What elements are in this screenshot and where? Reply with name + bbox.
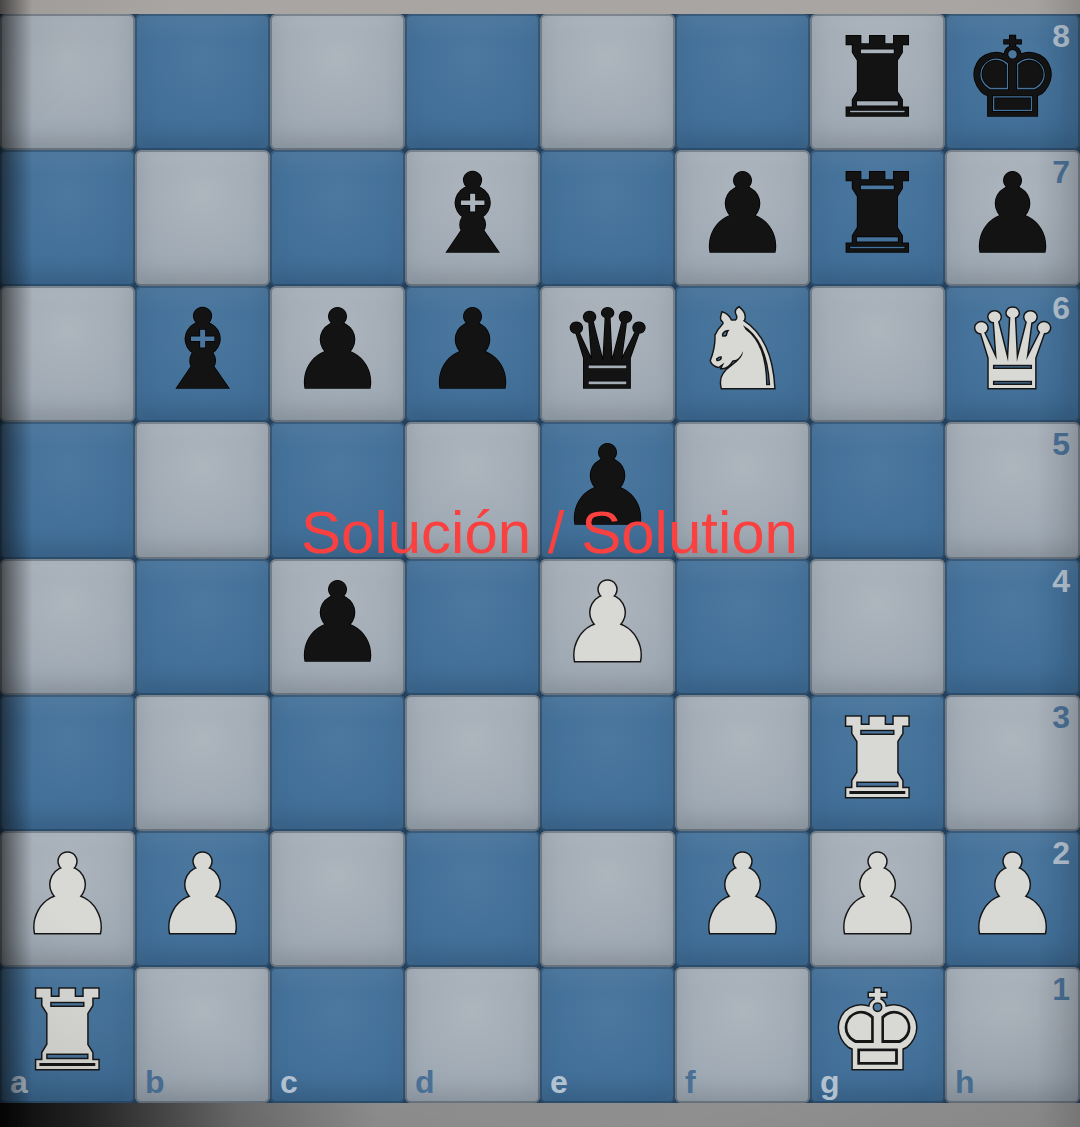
file-label-d: d (415, 1066, 435, 1098)
black-king-h8: ♚ (963, 23, 1062, 133)
square-d3[interactable] (405, 695, 540, 831)
square-e6[interactable]: ♛ (540, 286, 675, 422)
square-a1[interactable]: ♜a (0, 967, 135, 1103)
bottom-strip (0, 1103, 1080, 1127)
square-e4[interactable]: ♟ (540, 559, 675, 695)
square-c2[interactable] (270, 831, 405, 967)
square-f4[interactable] (675, 559, 810, 695)
square-b6[interactable]: ♝ (135, 286, 270, 422)
square-g7[interactable]: ♜ (810, 150, 945, 286)
square-a8[interactable] (0, 14, 135, 150)
square-b2[interactable]: ♟ (135, 831, 270, 967)
square-a2[interactable]: ♟ (0, 831, 135, 967)
rank-label-7: 7 (1052, 156, 1070, 188)
top-strip (0, 0, 1080, 14)
square-a7[interactable] (0, 150, 135, 286)
black-pawn-f7: ♟ (693, 159, 792, 269)
square-e2[interactable] (540, 831, 675, 967)
black-bishop-d7: ♝ (423, 159, 522, 269)
square-d1[interactable]: d (405, 967, 540, 1103)
square-f3[interactable] (675, 695, 810, 831)
square-g3[interactable]: ♜ (810, 695, 945, 831)
square-g6[interactable] (810, 286, 945, 422)
black-rook-g7: ♜ (828, 159, 927, 269)
rank-label-5: 5 (1052, 428, 1070, 460)
black-pawn-c4: ♟ (288, 568, 387, 678)
square-h4[interactable]: 4 (945, 559, 1080, 695)
square-a5[interactable] (0, 422, 135, 558)
square-d6[interactable]: ♟ (405, 286, 540, 422)
square-h7[interactable]: ♟7 (945, 150, 1080, 286)
rank-label-6: 6 (1052, 292, 1070, 324)
black-pawn-d6: ♟ (423, 295, 522, 405)
square-b7[interactable] (135, 150, 270, 286)
square-h1[interactable]: 1h (945, 967, 1080, 1103)
square-c7[interactable] (270, 150, 405, 286)
solution-overlay-text: Solución / Solution (301, 498, 798, 567)
square-b5[interactable] (135, 422, 270, 558)
file-label-g: g (820, 1066, 840, 1098)
square-f2[interactable]: ♟ (675, 831, 810, 967)
square-d2[interactable] (405, 831, 540, 967)
square-a4[interactable] (0, 559, 135, 695)
square-b8[interactable] (135, 14, 270, 150)
square-c4[interactable]: ♟ (270, 559, 405, 695)
black-rook-g8: ♜ (828, 23, 927, 133)
square-b1[interactable]: b (135, 967, 270, 1103)
rank-label-8: 8 (1052, 20, 1070, 52)
white-pawn-e4: ♟ (558, 568, 657, 678)
square-f7[interactable]: ♟ (675, 150, 810, 286)
square-g8[interactable]: ♜ (810, 14, 945, 150)
file-label-f: f (685, 1066, 696, 1098)
square-c1[interactable]: c (270, 967, 405, 1103)
white-pawn-g2: ♟ (828, 840, 927, 950)
square-d8[interactable] (405, 14, 540, 150)
square-e8[interactable] (540, 14, 675, 150)
square-g5[interactable] (810, 422, 945, 558)
square-f6[interactable]: ♞ (675, 286, 810, 422)
white-queen-h6: ♛ (963, 295, 1062, 405)
square-c3[interactable] (270, 695, 405, 831)
white-pawn-h2: ♟ (963, 840, 1062, 950)
square-e7[interactable] (540, 150, 675, 286)
white-pawn-b2: ♟ (153, 840, 252, 950)
square-a3[interactable] (0, 695, 135, 831)
square-g1[interactable]: ♚g (810, 967, 945, 1103)
square-f8[interactable] (675, 14, 810, 150)
rank-label-3: 3 (1052, 701, 1070, 733)
rank-label-2: 2 (1052, 837, 1070, 869)
rank-label-1: 1 (1052, 973, 1070, 1005)
white-knight-f6: ♞ (693, 295, 792, 405)
square-e1[interactable]: e (540, 967, 675, 1103)
file-label-e: e (550, 1066, 568, 1098)
square-g2[interactable]: ♟ (810, 831, 945, 967)
white-rook-g3: ♜ (828, 704, 927, 814)
square-h5[interactable]: 5 (945, 422, 1080, 558)
file-label-h: h (955, 1066, 975, 1098)
square-f1[interactable]: f (675, 967, 810, 1103)
black-pawn-h7: ♟ (963, 159, 1062, 269)
rank-label-4: 4 (1052, 565, 1070, 597)
square-a6[interactable] (0, 286, 135, 422)
white-king-g1: ♚ (828, 976, 927, 1086)
square-d7[interactable]: ♝ (405, 150, 540, 286)
black-queen-e6: ♛ (558, 295, 657, 405)
white-pawn-a2: ♟ (18, 840, 117, 950)
file-label-c: c (280, 1066, 298, 1098)
square-c8[interactable] (270, 14, 405, 150)
square-c6[interactable]: ♟ (270, 286, 405, 422)
square-h2[interactable]: ♟2 (945, 831, 1080, 967)
white-rook-a1: ♜ (18, 976, 117, 1086)
square-g4[interactable] (810, 559, 945, 695)
square-b4[interactable] (135, 559, 270, 695)
black-pawn-c6: ♟ (288, 295, 387, 405)
black-bishop-b6: ♝ (153, 295, 252, 405)
square-e3[interactable] (540, 695, 675, 831)
square-b3[interactable] (135, 695, 270, 831)
chess-puzzle-screenshot: ♜♚8♝♟♜♟7♝♟♟♛♞♛6♟5♟♟4♜3♟♟♟♟♟2♜abcdef♚g1h … (0, 0, 1080, 1127)
square-h3[interactable]: 3 (945, 695, 1080, 831)
square-h6[interactable]: ♛6 (945, 286, 1080, 422)
square-h8[interactable]: ♚8 (945, 14, 1080, 150)
square-d4[interactable] (405, 559, 540, 695)
file-label-a: a (10, 1066, 28, 1098)
white-pawn-f2: ♟ (693, 840, 792, 950)
file-label-b: b (145, 1066, 165, 1098)
